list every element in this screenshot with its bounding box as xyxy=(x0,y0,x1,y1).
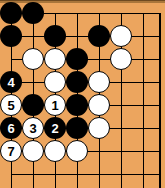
stone-black-c4r4[interactable] xyxy=(66,71,88,93)
stone-black-c4r6[interactable] xyxy=(66,117,88,139)
stone-white-move-5-c1r5[interactable]: 5 xyxy=(0,94,22,116)
stone-white-c6r3[interactable] xyxy=(110,48,132,70)
stone-black-c4r5[interactable] xyxy=(66,94,88,116)
board-crop-edge-right xyxy=(159,13,161,188)
stone-black-c1r2[interactable] xyxy=(0,25,22,47)
stone-black-c2r1[interactable] xyxy=(22,2,44,24)
stone-black-c2r5[interactable] xyxy=(22,94,44,116)
stone-black-c1r1[interactable] xyxy=(0,2,22,24)
stone-white-move-3-c2r6[interactable]: 3 xyxy=(22,117,44,139)
move-number-label: 3 xyxy=(29,122,36,135)
move-number-label: 4 xyxy=(7,76,14,89)
move-number-label: 2 xyxy=(51,122,58,135)
go-board[interactable]: 4516327 xyxy=(0,0,165,188)
stone-white-c5r4[interactable] xyxy=(88,71,110,93)
stone-white-c2r7[interactable] xyxy=(22,140,44,162)
stone-white-c6r2[interactable] xyxy=(110,25,132,47)
stone-white-c3r4[interactable] xyxy=(44,71,66,93)
grid-line-v-7 xyxy=(143,13,144,188)
stone-white-move-1-c3r5[interactable]: 1 xyxy=(44,94,66,116)
stone-black-c5r2[interactable] xyxy=(88,25,110,47)
stone-white-c5r6[interactable] xyxy=(88,117,110,139)
stone-white-move-7-c1r7[interactable]: 7 xyxy=(0,140,22,162)
stone-black-move-4-c1r4[interactable]: 4 xyxy=(0,71,22,93)
crop-artifact-top-band xyxy=(0,0,165,3)
move-number-label: 1 xyxy=(51,99,58,112)
move-number-label: 6 xyxy=(7,122,14,135)
stone-black-c4r3[interactable] xyxy=(66,48,88,70)
stone-white-c3r3[interactable] xyxy=(44,48,66,70)
stone-white-c5r5[interactable] xyxy=(88,94,110,116)
stone-black-move-2-c3r6[interactable]: 2 xyxy=(44,117,66,139)
stone-white-c2r3[interactable] xyxy=(22,48,44,70)
stone-white-c4r7[interactable] xyxy=(66,140,88,162)
stone-black-c3r2[interactable] xyxy=(44,25,66,47)
move-number-label: 5 xyxy=(7,99,14,112)
stone-white-c3r7[interactable] xyxy=(44,140,66,162)
stone-black-move-6-c1r6[interactable]: 6 xyxy=(0,117,22,139)
move-number-label: 7 xyxy=(7,145,14,158)
